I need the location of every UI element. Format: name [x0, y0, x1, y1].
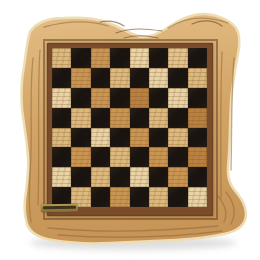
- square-c3: [91, 147, 110, 167]
- square-b5: [71, 108, 90, 128]
- square-f7: [149, 68, 168, 88]
- chess-board: [47, 43, 213, 216]
- square-b6: [71, 88, 90, 108]
- square-a8: [52, 48, 71, 68]
- square-f3: [149, 147, 168, 167]
- square-g8: [168, 48, 187, 68]
- product-photo: [0, 0, 260, 260]
- brass-plaque: [41, 204, 78, 213]
- square-g2: [168, 167, 187, 187]
- square-e8: [130, 48, 149, 68]
- square-g6: [168, 88, 187, 108]
- square-d2: [110, 167, 129, 187]
- square-h7: [188, 68, 207, 88]
- square-b8: [71, 48, 90, 68]
- square-d8: [110, 48, 129, 68]
- square-e5: [130, 108, 149, 128]
- square-g5: [168, 108, 187, 128]
- square-g3: [168, 147, 187, 167]
- square-h1: [188, 187, 207, 207]
- square-d4: [110, 128, 129, 148]
- square-e7: [130, 68, 149, 88]
- square-g7: [168, 68, 187, 88]
- square-b3: [71, 147, 90, 167]
- square-d1: [110, 187, 129, 207]
- square-e3: [130, 147, 149, 167]
- square-a5: [52, 108, 71, 128]
- square-d6: [110, 88, 129, 108]
- square-h6: [188, 88, 207, 108]
- square-f5: [149, 108, 168, 128]
- square-f6: [149, 88, 168, 108]
- square-c7: [91, 68, 110, 88]
- square-d5: [110, 108, 129, 128]
- square-e6: [130, 88, 149, 108]
- square-d7: [110, 68, 129, 88]
- plaque-engraving: [43, 206, 76, 210]
- square-a3: [52, 147, 71, 167]
- square-f4: [149, 128, 168, 148]
- square-a4: [52, 128, 71, 148]
- square-h5: [188, 108, 207, 128]
- square-f8: [149, 48, 168, 68]
- square-a6: [52, 88, 71, 108]
- square-g1: [168, 187, 187, 207]
- square-d3: [110, 147, 129, 167]
- square-c6: [91, 88, 110, 108]
- square-c8: [91, 48, 110, 68]
- square-e2: [130, 167, 149, 187]
- square-b2: [71, 167, 90, 187]
- square-g4: [168, 128, 187, 148]
- square-f1: [149, 187, 168, 207]
- square-h4: [188, 128, 207, 148]
- square-c2: [91, 167, 110, 187]
- square-f2: [149, 167, 168, 187]
- square-c4: [91, 128, 110, 148]
- square-h8: [188, 48, 207, 68]
- square-h3: [188, 147, 207, 167]
- square-a2: [52, 167, 71, 187]
- square-c5: [91, 108, 110, 128]
- square-b4: [71, 128, 90, 148]
- board-squares: [52, 48, 207, 207]
- square-h2: [188, 167, 207, 187]
- square-a7: [52, 68, 71, 88]
- square-e1: [130, 187, 149, 207]
- square-e4: [130, 128, 149, 148]
- square-b7: [71, 68, 90, 88]
- square-c1: [91, 187, 110, 207]
